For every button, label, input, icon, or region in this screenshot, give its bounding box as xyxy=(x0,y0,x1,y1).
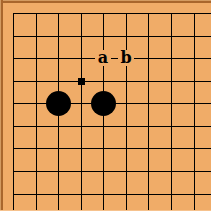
grid-line-horizontal xyxy=(13,58,211,59)
grid-line-horizontal xyxy=(13,148,211,149)
board-edge-left xyxy=(1,0,3,211)
grid-line-vertical xyxy=(126,13,127,211)
go-board-diagram: ab xyxy=(0,0,211,211)
grid-line-vertical xyxy=(81,13,82,211)
grid-line-horizontal xyxy=(13,13,211,14)
grid-line-vertical xyxy=(36,13,37,211)
grid-line-horizontal xyxy=(13,81,211,82)
black-stone xyxy=(46,91,71,116)
point-label-a: a xyxy=(95,50,111,66)
black-stone xyxy=(91,91,116,116)
grid-line-horizontal xyxy=(13,194,211,195)
grid-line-vertical xyxy=(171,13,172,211)
grid-line-horizontal xyxy=(13,171,211,172)
grid-line-horizontal xyxy=(13,126,211,127)
grid-line-vertical xyxy=(194,13,195,211)
board-edge-bottom-cut xyxy=(0,210,211,211)
grid-line-vertical xyxy=(13,13,14,211)
board-edge-top xyxy=(0,1,211,3)
point-label-b: b xyxy=(118,50,134,66)
star-point-marker xyxy=(78,78,85,85)
grid-line-horizontal xyxy=(13,36,211,37)
grid-line-vertical xyxy=(148,13,149,211)
